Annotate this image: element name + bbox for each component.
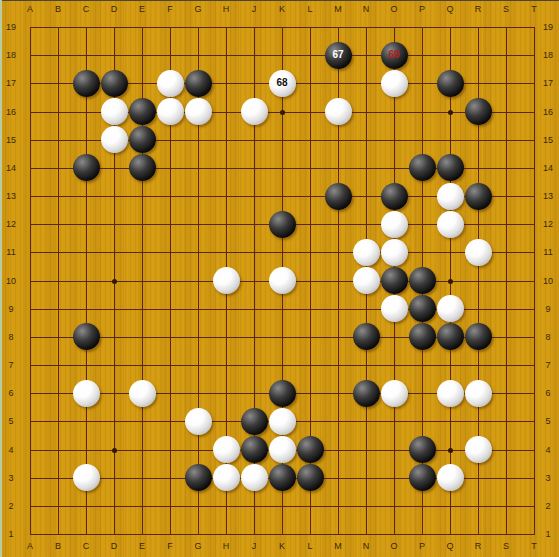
- move-number-68: 68: [276, 78, 287, 88]
- white-stone-E6[interactable]: [129, 380, 156, 407]
- black-stone-C8[interactable]: [73, 323, 100, 350]
- black-stone-Q14[interactable]: [437, 154, 464, 181]
- white-stone-H10[interactable]: [213, 267, 240, 294]
- black-stone-R13[interactable]: [465, 183, 492, 210]
- black-stone-N8[interactable]: [353, 323, 380, 350]
- black-stone-Q8[interactable]: [437, 323, 464, 350]
- white-stone-J16[interactable]: [241, 98, 268, 125]
- black-stone-P14[interactable]: [409, 154, 436, 181]
- white-stone-O9[interactable]: [381, 295, 408, 322]
- white-stone-R11[interactable]: [465, 239, 492, 266]
- white-stone-F16[interactable]: [157, 98, 184, 125]
- black-stone-L3[interactable]: [297, 464, 324, 491]
- black-stone-G3[interactable]: [185, 464, 212, 491]
- white-stone-Q9[interactable]: [437, 295, 464, 322]
- white-stone-Q6[interactable]: [437, 380, 464, 407]
- black-stone-O13[interactable]: [381, 183, 408, 210]
- black-stone-O18[interactable]: 69: [381, 42, 408, 69]
- window-top-edge: [0, 0, 559, 1]
- white-stone-K4[interactable]: [269, 436, 296, 463]
- black-stone-M18[interactable]: 67: [325, 42, 352, 69]
- black-stone-P9[interactable]: [409, 295, 436, 322]
- white-stone-N10[interactable]: [353, 267, 380, 294]
- white-stone-Q3[interactable]: [437, 464, 464, 491]
- black-stone-Q17[interactable]: [437, 70, 464, 97]
- black-stone-E16[interactable]: [129, 98, 156, 125]
- white-stone-Q13[interactable]: [437, 183, 464, 210]
- black-stone-K6[interactable]: [269, 380, 296, 407]
- white-stone-H4[interactable]: [213, 436, 240, 463]
- white-stone-D15[interactable]: [101, 126, 128, 153]
- white-stone-G16[interactable]: [185, 98, 212, 125]
- black-stone-M13[interactable]: [325, 183, 352, 210]
- white-stone-F17[interactable]: [157, 70, 184, 97]
- white-stone-O12[interactable]: [381, 211, 408, 238]
- white-stone-G5[interactable]: [185, 408, 212, 435]
- white-stone-K17[interactable]: 68: [269, 70, 296, 97]
- white-stone-O6[interactable]: [381, 380, 408, 407]
- white-stone-M16[interactable]: [325, 98, 352, 125]
- black-stone-K3[interactable]: [269, 464, 296, 491]
- black-stone-L4[interactable]: [297, 436, 324, 463]
- go-board[interactable]: AABBCCDDEEFFGGHHJJKKLLMMNNOOPPQQRRSSTT19…: [0, 0, 559, 557]
- black-stone-J5[interactable]: [241, 408, 268, 435]
- white-stone-R6[interactable]: [465, 380, 492, 407]
- black-stone-D17[interactable]: [101, 70, 128, 97]
- white-stone-O11[interactable]: [381, 239, 408, 266]
- white-stone-R4[interactable]: [465, 436, 492, 463]
- black-stone-E15[interactable]: [129, 126, 156, 153]
- white-stone-K10[interactable]: [269, 267, 296, 294]
- black-stone-J4[interactable]: [241, 436, 268, 463]
- white-stone-C6[interactable]: [73, 380, 100, 407]
- black-stone-C17[interactable]: [73, 70, 100, 97]
- black-stone-C14[interactable]: [73, 154, 100, 181]
- white-stone-C3[interactable]: [73, 464, 100, 491]
- black-stone-O10[interactable]: [381, 267, 408, 294]
- black-stone-N6[interactable]: [353, 380, 380, 407]
- black-stone-G17[interactable]: [185, 70, 212, 97]
- black-stone-R16[interactable]: [465, 98, 492, 125]
- white-stone-D16[interactable]: [101, 98, 128, 125]
- black-stone-K12[interactable]: [269, 211, 296, 238]
- move-number-67: 67: [332, 50, 343, 60]
- white-stone-N11[interactable]: [353, 239, 380, 266]
- black-stone-P10[interactable]: [409, 267, 436, 294]
- white-stone-Q12[interactable]: [437, 211, 464, 238]
- black-stone-R8[interactable]: [465, 323, 492, 350]
- white-stone-O17[interactable]: [381, 70, 408, 97]
- black-stone-P8[interactable]: [409, 323, 436, 350]
- black-stone-P4[interactable]: [409, 436, 436, 463]
- stones-layer: 676968: [16, 13, 548, 548]
- move-number-69: 69: [388, 50, 399, 60]
- white-stone-K5[interactable]: [269, 408, 296, 435]
- black-stone-P3[interactable]: [409, 464, 436, 491]
- black-stone-E14[interactable]: [129, 154, 156, 181]
- white-stone-H3[interactable]: [213, 464, 240, 491]
- white-stone-J3[interactable]: [241, 464, 268, 491]
